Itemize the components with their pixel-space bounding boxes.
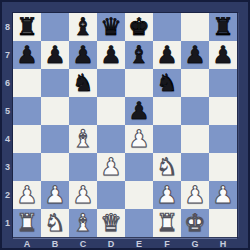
rank-label-5: 5 bbox=[2, 97, 13, 125]
square-a4[interactable] bbox=[13, 125, 41, 153]
square-f6[interactable]: ♞ bbox=[153, 69, 181, 97]
piece-black-pawn: ♟ bbox=[44, 41, 66, 69]
square-c2[interactable]: ♟ bbox=[69, 181, 97, 209]
rank-label-2: 2 bbox=[2, 181, 13, 209]
piece-white-rook: ♜ bbox=[156, 209, 178, 237]
piece-black-pawn: ♟ bbox=[184, 41, 206, 69]
square-d3[interactable]: ♟ bbox=[97, 153, 125, 181]
piece-white-bishop: ♝ bbox=[72, 209, 94, 237]
square-c3[interactable] bbox=[69, 153, 97, 181]
square-a2[interactable]: ♟ bbox=[13, 181, 41, 209]
square-e3[interactable] bbox=[125, 153, 153, 181]
square-e5[interactable]: ♟ bbox=[125, 97, 153, 125]
file-label-d: D bbox=[97, 237, 125, 250]
piece-black-knight: ♞ bbox=[156, 69, 178, 97]
square-a6[interactable] bbox=[13, 69, 41, 97]
piece-white-pawn: ♟ bbox=[212, 181, 234, 209]
piece-black-pawn: ♟ bbox=[100, 41, 122, 69]
square-d4[interactable] bbox=[97, 125, 125, 153]
square-h6[interactable] bbox=[209, 69, 237, 97]
square-h8[interactable]: ♜ bbox=[209, 13, 237, 41]
square-c5[interactable] bbox=[69, 97, 97, 125]
piece-white-pawn: ♟ bbox=[100, 153, 122, 181]
square-g3[interactable] bbox=[181, 153, 209, 181]
square-g8[interactable] bbox=[181, 13, 209, 41]
piece-white-rook: ♜ bbox=[16, 209, 38, 237]
piece-white-queen: ♛ bbox=[100, 209, 122, 237]
square-g7[interactable]: ♟ bbox=[181, 41, 209, 69]
square-f3[interactable]: ♞ bbox=[153, 153, 181, 181]
square-h4[interactable] bbox=[209, 125, 237, 153]
rank-label-6: 6 bbox=[2, 69, 13, 97]
piece-white-king: ♚ bbox=[184, 209, 206, 237]
square-h2[interactable]: ♟ bbox=[209, 181, 237, 209]
piece-black-queen: ♛ bbox=[100, 13, 122, 41]
piece-black-king: ♚ bbox=[128, 13, 150, 41]
square-e1[interactable] bbox=[125, 209, 153, 237]
piece-black-pawn: ♟ bbox=[72, 41, 94, 69]
square-e7[interactable]: ♝ bbox=[125, 41, 153, 69]
file-label-c: C bbox=[69, 237, 97, 250]
square-a3[interactable] bbox=[13, 153, 41, 181]
piece-white-knight: ♞ bbox=[156, 153, 178, 181]
file-label-b: B bbox=[41, 237, 69, 250]
piece-black-bishop: ♝ bbox=[128, 41, 150, 69]
rank-label-7: 7 bbox=[2, 41, 13, 69]
piece-black-knight: ♞ bbox=[72, 69, 94, 97]
square-e6[interactable] bbox=[125, 69, 153, 97]
square-b4[interactable] bbox=[41, 125, 69, 153]
square-f2[interactable]: ♟ bbox=[153, 181, 181, 209]
square-d7[interactable]: ♟ bbox=[97, 41, 125, 69]
square-d6[interactable] bbox=[97, 69, 125, 97]
square-d5[interactable] bbox=[97, 97, 125, 125]
rank-label-3: 3 bbox=[2, 153, 13, 181]
piece-white-pawn: ♟ bbox=[128, 125, 150, 153]
square-g1[interactable]: ♚ bbox=[181, 209, 209, 237]
square-f7[interactable]: ♟ bbox=[153, 41, 181, 69]
square-a1[interactable]: ♜ bbox=[13, 209, 41, 237]
rank-label-4: 4 bbox=[2, 125, 13, 153]
square-d1[interactable]: ♛ bbox=[97, 209, 125, 237]
file-labels: ABCDEFGH bbox=[13, 237, 237, 250]
file-label-a: A bbox=[13, 237, 41, 250]
board-area: ♜♝♛♚♜♟♟♟♟♝♟♟♟♞♞♟♝♟♟♞♟♟♟♟♟♟♜♞♝♛♜♚ bbox=[13, 13, 237, 237]
rank-labels: 87654321 bbox=[2, 13, 13, 237]
square-c1[interactable]: ♝ bbox=[69, 209, 97, 237]
square-b3[interactable] bbox=[41, 153, 69, 181]
square-b7[interactable]: ♟ bbox=[41, 41, 69, 69]
file-label-g: G bbox=[181, 237, 209, 250]
piece-black-pawn: ♟ bbox=[16, 41, 38, 69]
square-e2[interactable] bbox=[125, 181, 153, 209]
piece-black-rook: ♜ bbox=[212, 13, 234, 41]
piece-black-pawn: ♟ bbox=[212, 41, 234, 69]
square-h1[interactable] bbox=[209, 209, 237, 237]
square-f1[interactable]: ♜ bbox=[153, 209, 181, 237]
square-e8[interactable]: ♚ bbox=[125, 13, 153, 41]
piece-black-pawn: ♟ bbox=[128, 97, 150, 125]
piece-white-bishop: ♝ bbox=[72, 125, 94, 153]
square-c7[interactable]: ♟ bbox=[69, 41, 97, 69]
square-b2[interactable]: ♟ bbox=[41, 181, 69, 209]
rank-label-8: 8 bbox=[2, 13, 13, 41]
square-c8[interactable]: ♝ bbox=[69, 13, 97, 41]
square-d8[interactable]: ♛ bbox=[97, 13, 125, 41]
square-b1[interactable]: ♞ bbox=[41, 209, 69, 237]
square-h5[interactable] bbox=[209, 97, 237, 125]
piece-white-pawn: ♟ bbox=[184, 181, 206, 209]
piece-white-pawn: ♟ bbox=[72, 181, 94, 209]
square-b6[interactable] bbox=[41, 69, 69, 97]
file-label-e: E bbox=[125, 237, 153, 250]
square-d2[interactable] bbox=[97, 181, 125, 209]
square-f8[interactable] bbox=[153, 13, 181, 41]
square-b5[interactable] bbox=[41, 97, 69, 125]
square-e4[interactable]: ♟ bbox=[125, 125, 153, 153]
piece-white-knight: ♞ bbox=[44, 209, 66, 237]
square-a7[interactable]: ♟ bbox=[13, 41, 41, 69]
board-grid: ♜♝♛♚♜♟♟♟♟♝♟♟♟♞♞♟♝♟♟♞♟♟♟♟♟♟♜♞♝♛♜♚ bbox=[13, 13, 237, 237]
piece-black-rook: ♜ bbox=[16, 13, 38, 41]
square-a8[interactable]: ♜ bbox=[13, 13, 41, 41]
square-a5[interactable] bbox=[13, 97, 41, 125]
square-f4[interactable] bbox=[153, 125, 181, 153]
square-g6[interactable] bbox=[181, 69, 209, 97]
square-c6[interactable]: ♞ bbox=[69, 69, 97, 97]
piece-white-pawn: ♟ bbox=[156, 181, 178, 209]
square-b8[interactable] bbox=[41, 13, 69, 41]
square-g4[interactable] bbox=[181, 125, 209, 153]
file-label-h: H bbox=[209, 237, 237, 250]
piece-white-pawn: ♟ bbox=[44, 181, 66, 209]
square-g2[interactable]: ♟ bbox=[181, 181, 209, 209]
file-label-f: F bbox=[153, 237, 181, 250]
chess-board-frame: 87654321 ♜♝♛♚♜♟♟♟♟♝♟♟♟♞♞♟♝♟♟♞♟♟♟♟♟♟♜♞♝♛♜… bbox=[0, 0, 250, 250]
square-g5[interactable] bbox=[181, 97, 209, 125]
piece-black-bishop: ♝ bbox=[72, 13, 94, 41]
square-h7[interactable]: ♟ bbox=[209, 41, 237, 69]
rank-label-1: 1 bbox=[2, 209, 13, 237]
square-c4[interactable]: ♝ bbox=[69, 125, 97, 153]
square-h3[interactable] bbox=[209, 153, 237, 181]
piece-black-pawn: ♟ bbox=[156, 41, 178, 69]
piece-white-pawn: ♟ bbox=[16, 181, 38, 209]
square-f5[interactable] bbox=[153, 97, 181, 125]
